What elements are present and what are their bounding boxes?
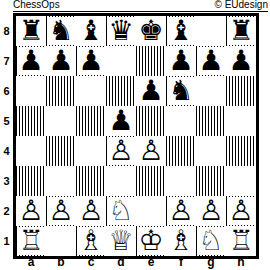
square-b8[interactable]: ♞ <box>46 16 76 46</box>
square-b6[interactable] <box>46 76 76 106</box>
file-label-h: h <box>226 256 256 270</box>
square-c8[interactable]: ♝ <box>76 16 106 46</box>
square-h4[interactable] <box>226 136 256 166</box>
file-labels: abcdefgh <box>16 256 256 270</box>
square-f1[interactable]: ♗ <box>166 226 196 256</box>
square-e6[interactable]: ♟ <box>136 76 166 106</box>
square-e8[interactable]: ♚ <box>136 16 166 46</box>
piece-black-knight[interactable]: ♞ <box>48 17 74 45</box>
piece-black-pawn[interactable]: ♟ <box>18 47 44 75</box>
square-b7[interactable]: ♟ <box>46 46 76 76</box>
square-d7[interactable] <box>106 46 136 76</box>
piece-black-queen[interactable]: ♛ <box>108 17 134 45</box>
piece-black-rook[interactable]: ♜ <box>228 17 254 45</box>
piece-white-pawn[interactable]: ♙ <box>78 197 104 225</box>
rank-label-3: 3 <box>0 166 13 196</box>
rank-label-1: 1 <box>0 226 13 256</box>
credit-text: © EUdesign <box>214 0 268 10</box>
piece-white-pawn[interactable]: ♙ <box>138 137 164 165</box>
square-d6[interactable] <box>106 76 136 106</box>
piece-black-pawn[interactable]: ♟ <box>108 107 134 135</box>
piece-white-pawn[interactable]: ♙ <box>228 197 254 225</box>
header-bar: ChessOps © EUdesign <box>13 0 268 12</box>
piece-white-bishop[interactable]: ♗ <box>168 227 194 255</box>
square-a8[interactable]: ♜ <box>16 16 46 46</box>
chessops-window: ChessOps © EUdesign 87654321 ♜♞♝♛♚♝♜♟♟♟♟… <box>0 0 270 270</box>
file-label-e: e <box>136 256 166 270</box>
piece-black-pawn[interactable]: ♟ <box>48 47 74 75</box>
file-label-c: c <box>76 256 106 270</box>
square-h2[interactable]: ♙ <box>226 196 256 226</box>
square-g2[interactable]: ♙ <box>196 196 226 226</box>
piece-white-knight[interactable]: ♘ <box>108 197 134 225</box>
square-e7[interactable] <box>136 46 166 76</box>
piece-black-pawn[interactable]: ♟ <box>198 47 224 75</box>
square-a7[interactable]: ♟ <box>16 46 46 76</box>
square-b3[interactable] <box>46 166 76 196</box>
app-title: ChessOps <box>13 0 60 10</box>
piece-black-bishop[interactable]: ♝ <box>78 17 104 45</box>
piece-black-rook[interactable]: ♜ <box>18 17 44 45</box>
square-d4[interactable]: ♙ <box>106 136 136 166</box>
square-c1[interactable]: ♗ <box>76 226 106 256</box>
square-f6[interactable]: ♞ <box>166 76 196 106</box>
square-g4[interactable] <box>196 136 226 166</box>
file-label-b: b <box>46 256 76 270</box>
square-c4[interactable] <box>76 136 106 166</box>
square-f7[interactable]: ♟ <box>166 46 196 76</box>
rank-label-8: 8 <box>0 16 13 46</box>
square-a6[interactable] <box>16 76 46 106</box>
square-e5[interactable] <box>136 106 166 136</box>
square-c5[interactable] <box>76 106 106 136</box>
file-label-f: f <box>166 256 196 270</box>
square-b5[interactable] <box>46 106 76 136</box>
square-f5[interactable] <box>166 106 196 136</box>
square-c3[interactable] <box>76 166 106 196</box>
square-h6[interactable] <box>226 76 256 106</box>
square-d8[interactable]: ♛ <box>106 16 136 46</box>
chess-board[interactable]: ♜♞♝♛♚♝♜♟♟♟♟♟♟♟♞♟♙♙♙♙♙♘♙♙♙♖♗♕♔♗♘♖ <box>13 13 259 259</box>
square-d5[interactable]: ♟ <box>106 106 136 136</box>
square-c7[interactable]: ♟ <box>76 46 106 76</box>
square-g1[interactable]: ♘ <box>196 226 226 256</box>
rank-label-6: 6 <box>0 76 13 106</box>
piece-white-pawn[interactable]: ♙ <box>18 197 44 225</box>
piece-black-pawn[interactable]: ♟ <box>78 47 104 75</box>
square-h7[interactable]: ♟ <box>226 46 256 76</box>
square-a2[interactable]: ♙ <box>16 196 46 226</box>
square-c6[interactable] <box>76 76 106 106</box>
piece-white-knight[interactable]: ♘ <box>198 227 224 255</box>
square-a1[interactable]: ♖ <box>16 226 46 256</box>
square-c2[interactable]: ♙ <box>76 196 106 226</box>
square-f2[interactable]: ♙ <box>166 196 196 226</box>
square-b4[interactable] <box>46 136 76 166</box>
square-a3[interactable] <box>16 166 46 196</box>
rank-label-7: 7 <box>0 46 13 76</box>
piece-black-pawn[interactable]: ♟ <box>138 77 164 105</box>
square-g3[interactable] <box>196 166 226 196</box>
piece-black-pawn[interactable]: ♟ <box>228 47 254 75</box>
square-d1[interactable]: ♕ <box>106 226 136 256</box>
square-d2[interactable]: ♘ <box>106 196 136 226</box>
square-g8[interactable] <box>196 16 226 46</box>
piece-black-king[interactable]: ♚ <box>138 17 164 45</box>
square-g7[interactable]: ♟ <box>196 46 226 76</box>
square-f3[interactable] <box>166 166 196 196</box>
rank-labels: 87654321 <box>0 16 13 256</box>
square-b1[interactable] <box>46 226 76 256</box>
square-e4[interactable]: ♙ <box>136 136 166 166</box>
square-d3[interactable] <box>106 166 136 196</box>
square-e2[interactable] <box>136 196 166 226</box>
piece-white-rook[interactable]: ♖ <box>18 227 44 255</box>
square-h1[interactable]: ♖ <box>226 226 256 256</box>
piece-white-pawn[interactable]: ♙ <box>168 197 194 225</box>
rank-label-5: 5 <box>0 106 13 136</box>
square-a4[interactable] <box>16 136 46 166</box>
piece-black-bishop[interactable]: ♝ <box>168 17 194 45</box>
piece-white-queen[interactable]: ♕ <box>108 227 134 255</box>
rank-label-4: 4 <box>0 136 13 166</box>
piece-white-pawn[interactable]: ♙ <box>198 197 224 225</box>
piece-white-pawn[interactable]: ♙ <box>48 197 74 225</box>
file-label-a: a <box>16 256 46 270</box>
square-h8[interactable]: ♜ <box>226 16 256 46</box>
rank-label-2: 2 <box>0 196 13 226</box>
square-a5[interactable] <box>16 106 46 136</box>
square-h5[interactable] <box>226 106 256 136</box>
piece-white-king[interactable]: ♔ <box>138 227 164 255</box>
square-f4[interactable] <box>166 136 196 166</box>
piece-white-rook[interactable]: ♖ <box>228 227 254 255</box>
square-e1[interactable]: ♔ <box>136 226 166 256</box>
square-g6[interactable] <box>196 76 226 106</box>
file-label-g: g <box>196 256 226 270</box>
square-g5[interactable] <box>196 106 226 136</box>
piece-white-bishop[interactable]: ♗ <box>78 227 104 255</box>
piece-black-knight[interactable]: ♞ <box>168 77 194 105</box>
piece-black-pawn[interactable]: ♟ <box>168 47 194 75</box>
file-label-d: d <box>106 256 136 270</box>
square-h3[interactable] <box>226 166 256 196</box>
square-b2[interactable]: ♙ <box>46 196 76 226</box>
square-f8[interactable]: ♝ <box>166 16 196 46</box>
piece-white-pawn[interactable]: ♙ <box>108 137 134 165</box>
square-e3[interactable] <box>136 166 166 196</box>
